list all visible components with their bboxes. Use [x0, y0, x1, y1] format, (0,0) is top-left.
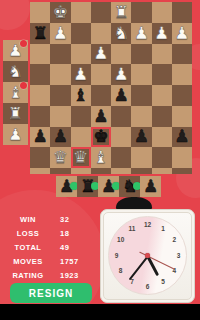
square[interactable]	[131, 106, 151, 127]
square[interactable]	[71, 44, 91, 65]
chess-app-screen: ♟♞♝♜♟ ♚♜♜♟♞♟♟♟♟♟♟♝♟♟♟♟♚♟♟♛♛♝ ♟♜♟♞♟ WIN32…	[0, 0, 200, 320]
square[interactable]	[152, 44, 172, 65]
stat-label: LOSS	[6, 229, 50, 238]
black-king: ♚	[93, 128, 108, 145]
clock-number: 10	[116, 236, 126, 243]
white-pawn: ♟	[174, 25, 189, 42]
stat-row: TOTAL49	[6, 240, 98, 254]
square[interactable]	[131, 2, 151, 23]
square[interactable]: ♟	[91, 44, 111, 65]
square[interactable]	[152, 106, 172, 127]
tray-square[interactable]: ♞	[119, 176, 140, 197]
clock-number: 9	[112, 252, 122, 259]
square[interactable]: ♚	[50, 2, 70, 23]
white-pawn: ♟	[114, 66, 129, 83]
tray-square[interactable]: ♟	[98, 176, 119, 197]
stat-value: 32	[60, 215, 69, 224]
square[interactable]	[30, 147, 50, 168]
chess-clock: 121234567891011	[100, 209, 195, 303]
captured-square[interactable]: ♟	[3, 124, 28, 145]
white-pawn: ♟	[134, 25, 149, 42]
square[interactable]: ♟	[131, 23, 151, 44]
stat-value: 1757	[60, 257, 79, 266]
square[interactable]	[131, 64, 151, 85]
square[interactable]	[172, 2, 192, 23]
white-king: ♚	[53, 4, 68, 21]
square[interactable]	[30, 44, 50, 65]
count-badge	[20, 40, 27, 47]
square[interactable]	[172, 44, 192, 65]
stat-row: MOVES1757	[6, 254, 98, 268]
square[interactable]: ♛	[71, 147, 91, 168]
square[interactable]: ♟	[111, 64, 131, 85]
white-pawn: ♟	[8, 127, 22, 143]
square[interactable]	[50, 85, 70, 106]
square[interactable]	[71, 23, 91, 44]
square[interactable]	[172, 85, 192, 106]
edge-square	[50, 168, 70, 174]
resign-button[interactable]: RESIGN	[10, 283, 92, 303]
black-pawn: ♟	[53, 128, 68, 145]
clock-number: 2	[169, 236, 179, 243]
edge-square	[131, 168, 151, 174]
square[interactable]: ♚	[91, 127, 111, 148]
square[interactable]	[111, 106, 131, 127]
square[interactable]	[91, 2, 111, 23]
square[interactable]	[50, 44, 70, 65]
square[interactable]	[71, 127, 91, 148]
captured-square[interactable]: ♞	[3, 61, 28, 82]
black-pawn: ♟	[93, 108, 108, 125]
black-pawn: ♟	[143, 178, 158, 195]
square[interactable]	[172, 64, 192, 85]
tray-square[interactable]: ♟	[56, 176, 77, 197]
clock-number: 6	[143, 283, 153, 290]
stat-label: WIN	[6, 215, 50, 224]
square[interactable]: ♝	[71, 85, 91, 106]
square[interactable]: ♟	[172, 23, 192, 44]
white-knight: ♞	[8, 64, 22, 80]
black-pawn: ♟	[114, 87, 129, 104]
clock-number: 8	[116, 267, 126, 274]
stat-row: WIN32	[6, 212, 98, 226]
black-pawn: ♟	[134, 128, 149, 145]
background-circle-decoration	[0, 0, 30, 30]
square[interactable]	[131, 147, 151, 168]
stats-panel: WIN32LOSS18TOTAL49MOVES1757RATING1923	[6, 212, 98, 282]
clock-center-pivot	[145, 253, 150, 258]
square[interactable]: ♟	[131, 127, 151, 148]
square[interactable]	[30, 64, 50, 85]
square[interactable]: ♟	[111, 85, 131, 106]
board-edge-row	[30, 168, 192, 174]
square[interactable]	[131, 85, 151, 106]
tray-square[interactable]: ♜	[77, 176, 98, 197]
white-rook: ♜	[8, 106, 22, 122]
square[interactable]: ♟	[172, 127, 192, 148]
tray-square[interactable]: ♟	[140, 176, 161, 197]
edge-square	[71, 168, 91, 174]
black-bishop: ♝	[73, 87, 88, 104]
square[interactable]	[172, 147, 192, 168]
clock-number: 3	[174, 252, 184, 259]
edge-square	[152, 168, 172, 174]
clock-number: 11	[127, 225, 137, 232]
stat-row: RATING1923	[6, 268, 98, 282]
square[interactable]	[91, 23, 111, 44]
black-pawn: ♟	[33, 128, 48, 145]
square[interactable]	[91, 85, 111, 106]
black-pieces-selection-tray: ♟♜♟♞♟	[56, 176, 161, 197]
square[interactable]	[152, 147, 172, 168]
square[interactable]: ♟	[152, 23, 172, 44]
white-pawn: ♟	[53, 25, 68, 42]
square[interactable]	[111, 147, 131, 168]
square[interactable]	[91, 64, 111, 85]
square[interactable]	[152, 85, 172, 106]
square[interactable]	[172, 106, 192, 127]
edge-square	[91, 168, 111, 174]
square[interactable]: ♛	[50, 147, 70, 168]
clock-number: 5	[158, 278, 168, 285]
square[interactable]	[50, 106, 70, 127]
square[interactable]: ♝	[91, 147, 111, 168]
edge-square	[111, 168, 131, 174]
stat-row: LOSS18	[6, 226, 98, 240]
white-pawn: ♟	[93, 45, 108, 62]
stat-label: RATING	[6, 271, 50, 280]
square[interactable]	[30, 106, 50, 127]
edge-square	[172, 168, 192, 174]
captured-square[interactable]: ♜	[3, 103, 28, 124]
square[interactable]: ♜	[111, 2, 131, 23]
white-bishop: ♝	[93, 149, 108, 166]
square[interactable]: ♟	[71, 64, 91, 85]
black-rook: ♜	[33, 25, 48, 42]
captured-square[interactable]: ♟	[3, 40, 28, 61]
white-rook: ♜	[114, 4, 129, 21]
chess-board: ♚♜♜♟♞♟♟♟♟♟♟♝♟♟♟♟♚♟♟♛♛♝	[30, 2, 192, 168]
white-pawn: ♟	[154, 25, 169, 42]
clock-face: 121234567891011	[108, 216, 187, 295]
stat-label: TOTAL	[6, 243, 50, 252]
black-pawn: ♟	[174, 128, 189, 145]
square[interactable]: ♟	[91, 106, 111, 127]
square[interactable]: ♟	[30, 127, 50, 148]
white-knight: ♞	[114, 25, 129, 42]
square[interactable]	[152, 2, 172, 23]
square[interactable]	[71, 2, 91, 23]
square[interactable]	[111, 44, 131, 65]
captured-pieces-tray: ♟♞♝♜♟	[3, 40, 28, 145]
minute-hand	[128, 255, 148, 280]
clock-number: 1	[158, 225, 168, 232]
captured-square[interactable]: ♝	[3, 82, 28, 103]
square[interactable]	[50, 64, 70, 85]
white-queen: ♛	[53, 149, 68, 166]
square[interactable]	[111, 127, 131, 148]
stat-value: 1923	[60, 271, 79, 280]
count-badge	[20, 82, 27, 89]
square[interactable]: ♞	[111, 23, 131, 44]
stat-value: 18	[60, 229, 69, 238]
square[interactable]: ♜	[30, 23, 50, 44]
white-pawn: ♟	[73, 66, 88, 83]
square[interactable]	[71, 106, 91, 127]
bottom-bar	[0, 304, 200, 320]
square[interactable]	[152, 127, 172, 148]
stat-value: 49	[60, 243, 69, 252]
square[interactable]	[30, 2, 50, 23]
square[interactable]	[30, 85, 50, 106]
stat-label: MOVES	[6, 257, 50, 266]
clock-number: 12	[143, 221, 153, 228]
square[interactable]	[131, 44, 151, 65]
edge-square	[30, 168, 50, 174]
white-queen: ♛	[73, 149, 88, 166]
clock-number: 4	[169, 267, 179, 274]
clock-number: 7	[127, 278, 137, 285]
square[interactable]: ♟	[50, 127, 70, 148]
square[interactable]	[152, 64, 172, 85]
square[interactable]: ♟	[50, 23, 70, 44]
